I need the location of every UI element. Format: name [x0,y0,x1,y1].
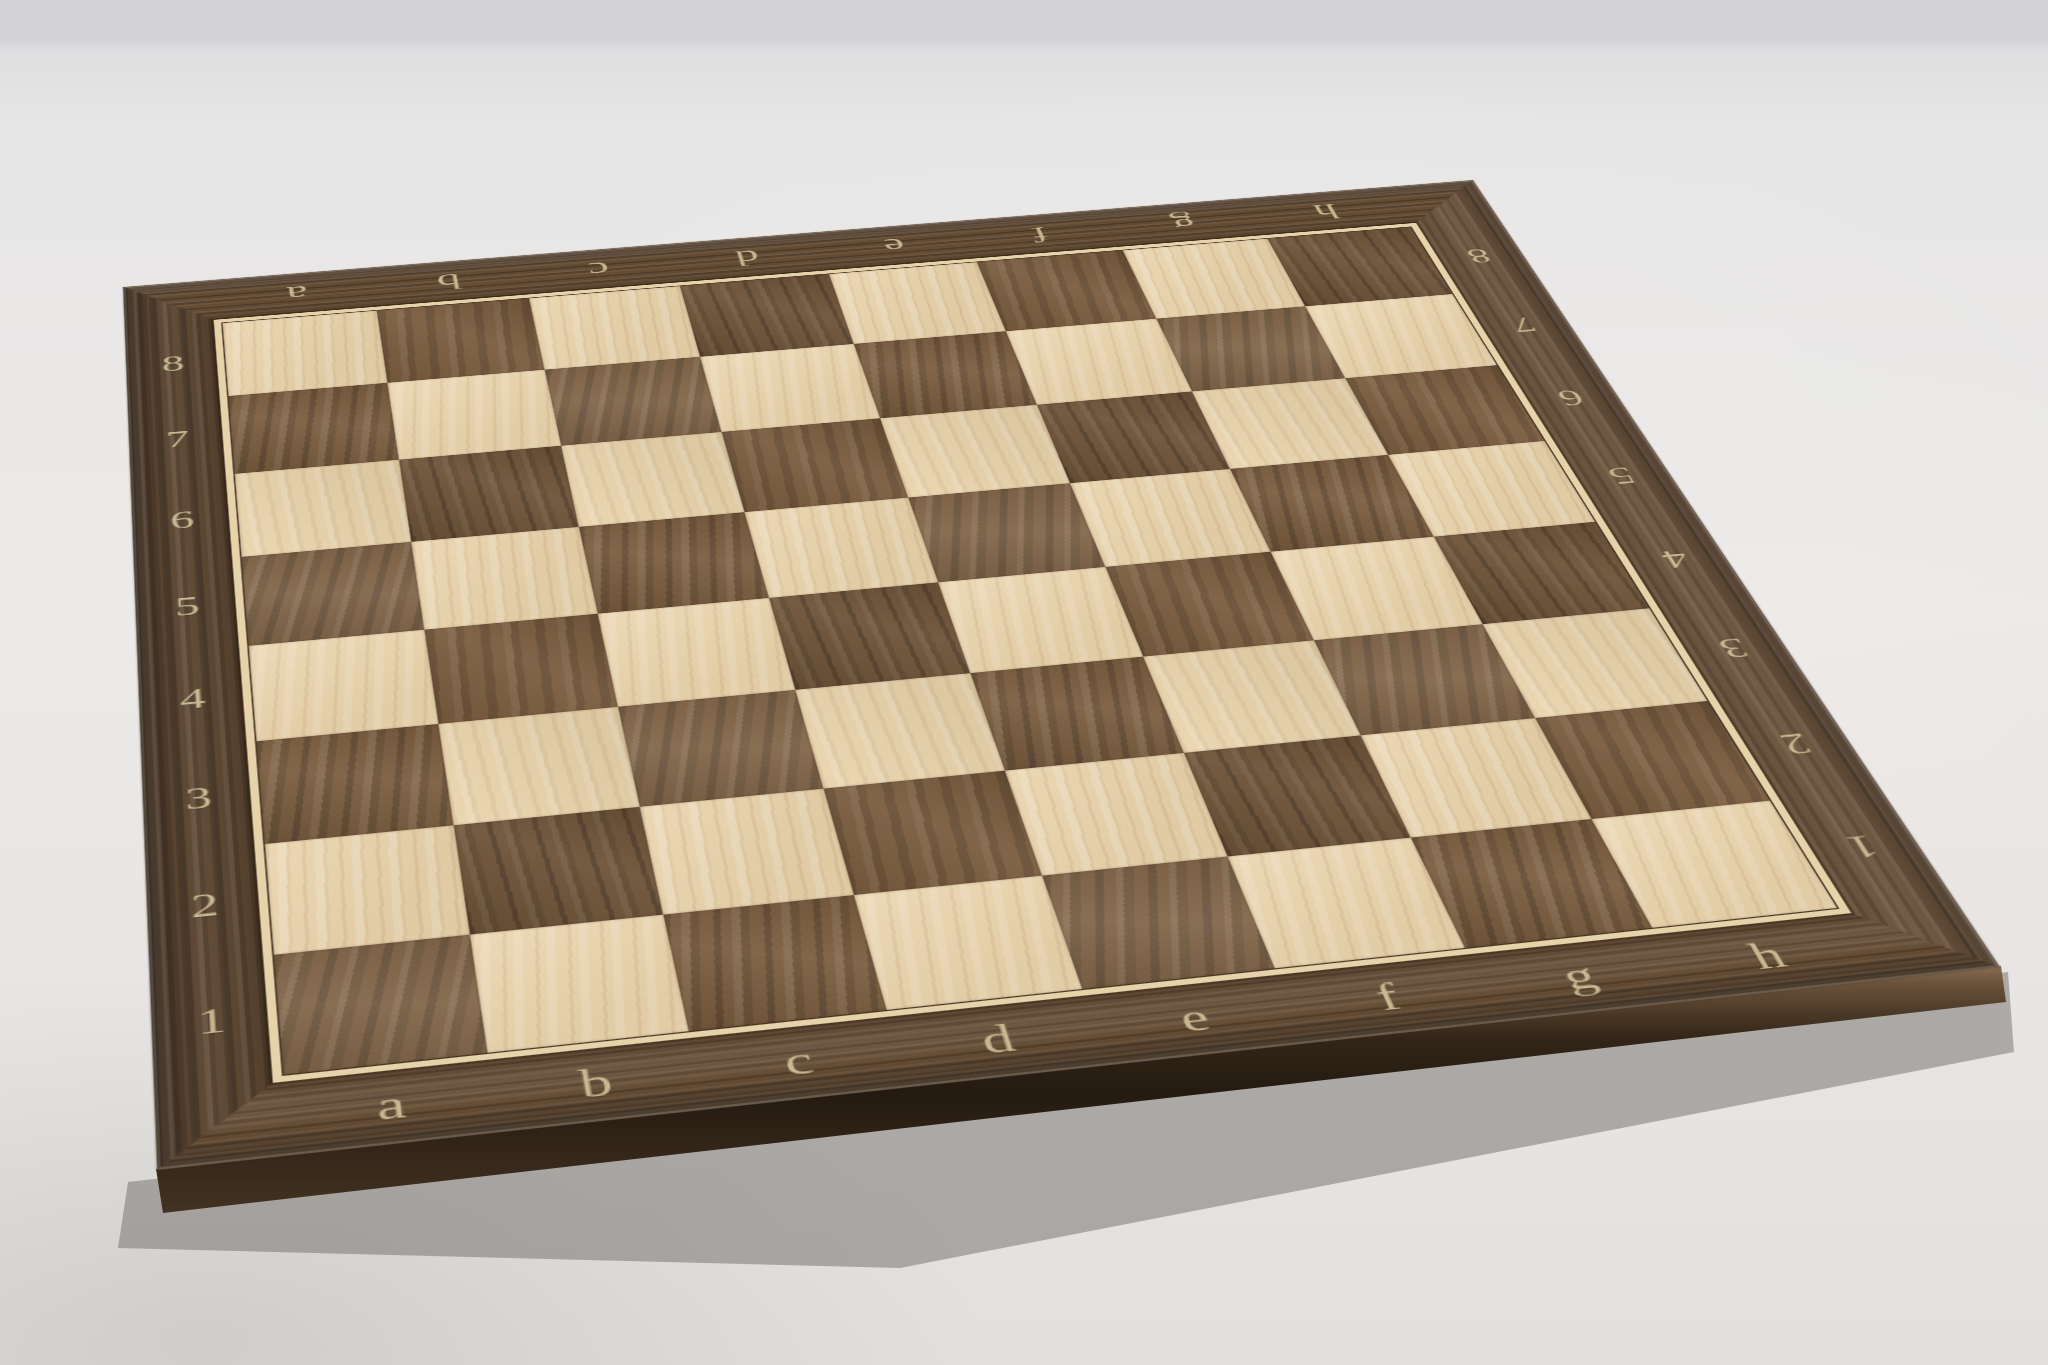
square-e8 [829,262,1006,344]
file-label-bottom-a: a [374,1084,408,1127]
square-a2 [265,825,470,954]
square-b1 [470,915,689,1053]
square-a7 [229,383,399,474]
square-c3 [618,690,824,807]
square-d1 [854,876,1082,1010]
square-b6 [399,446,579,542]
rank-label-left-7: 7 [165,427,190,451]
rank-label-left-8: 8 [161,352,185,375]
square-a8 [223,311,388,396]
square-c5 [579,512,769,614]
square-b2 [454,807,664,935]
square-c7 [545,357,722,446]
square-c4 [598,598,796,707]
square-e6 [880,405,1070,498]
rank-label-left-3: 3 [184,782,213,814]
square-d3 [795,673,1005,788]
square-c8 [529,286,700,370]
square-c6 [561,432,744,527]
square-d8 [680,274,854,357]
file-label-top-b: b [435,270,463,293]
rank-label-left-1: 1 [196,1002,227,1040]
square-a5 [242,542,425,646]
rank-label-left-5: 5 [174,592,201,620]
file-label-top-a: a [285,282,309,305]
square-e7 [854,331,1037,418]
square-d4 [769,582,970,690]
square-d7 [700,344,880,432]
square-c2 [640,789,854,915]
square-a4 [249,630,439,742]
studio-photo-scene: aabbccddeeffgghh1122334455667788 [0,0,2048,1365]
square-d6 [722,418,909,512]
square-a1 [274,935,488,1075]
rank-label-left-4: 4 [179,683,207,713]
square-a3 [257,724,454,844]
square-b5 [411,527,598,630]
square-a6 [235,460,411,557]
square-b7 [387,370,561,460]
rank-label-left-6: 6 [169,507,195,533]
square-d2 [823,771,1042,895]
square-b3 [438,707,639,826]
rank-label-left-2: 2 [190,888,220,923]
square-b4 [424,614,618,724]
square-c1 [663,895,887,1031]
square-b8 [377,298,545,382]
square-d5 [744,498,938,598]
